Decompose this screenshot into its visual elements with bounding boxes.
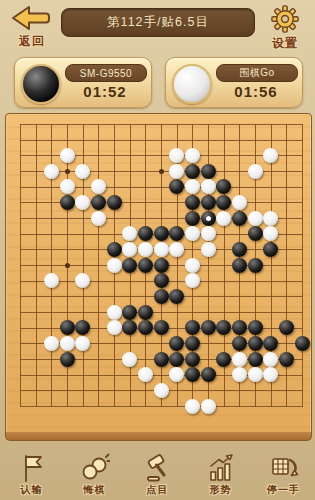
settings-button[interactable]: 设置 xyxy=(261,5,309,52)
star-point xyxy=(65,263,70,268)
black-stone xyxy=(201,320,216,335)
black-stone xyxy=(122,305,137,320)
black-stone xyxy=(138,320,153,335)
black-stone xyxy=(201,211,216,226)
white-stone xyxy=(154,383,169,398)
black-stone xyxy=(169,336,184,351)
black-stone xyxy=(185,320,200,335)
white-stone xyxy=(169,148,184,163)
grid-line-h xyxy=(20,406,303,407)
black-stone xyxy=(138,226,153,241)
white-stone xyxy=(263,211,278,226)
white-stone xyxy=(75,164,90,179)
black-stone xyxy=(279,352,294,367)
black-stone xyxy=(232,242,247,257)
black-stone xyxy=(185,164,200,179)
white-stone xyxy=(154,242,169,257)
black-stone xyxy=(201,195,216,210)
back-button[interactable]: 返回 xyxy=(8,5,56,50)
black-stone xyxy=(295,336,310,351)
white-stone xyxy=(75,273,90,288)
back-arrow-icon xyxy=(10,5,54,31)
black-timer: 01:52 xyxy=(65,83,145,100)
black-stone xyxy=(232,258,247,273)
white-stone xyxy=(44,164,59,179)
analysis-button[interactable]: 形势 xyxy=(193,453,249,497)
gear-icon xyxy=(269,5,301,33)
black-stone xyxy=(185,211,200,226)
white-stone xyxy=(232,352,247,367)
black-stone xyxy=(263,336,278,351)
black-stone xyxy=(185,367,200,382)
white-stone xyxy=(185,179,200,194)
white-stone xyxy=(263,367,278,382)
black-stone xyxy=(248,258,263,273)
black-stone xyxy=(169,179,184,194)
black-stone xyxy=(169,226,184,241)
white-stone xyxy=(75,195,90,210)
black-stone xyxy=(248,320,263,335)
move-info-text: 第112手/贴6.5目 xyxy=(107,14,209,31)
black-stone xyxy=(122,258,137,273)
back-label: 返回 xyxy=(8,33,56,50)
black-stone xyxy=(216,195,231,210)
white-stone xyxy=(216,211,231,226)
black-stone xyxy=(169,352,184,367)
white-stone xyxy=(248,211,263,226)
white-stone xyxy=(122,242,137,257)
white-stone xyxy=(185,148,200,163)
black-stone xyxy=(216,320,231,335)
black-stone xyxy=(154,258,169,273)
settings-label: 设置 xyxy=(261,35,309,52)
go-app: 返回 第112手/贴6.5目 设置 xyxy=(0,0,315,500)
black-stone xyxy=(248,352,263,367)
black-stone xyxy=(138,305,153,320)
white-stone xyxy=(185,258,200,273)
player-card-white: 围棋Go 01:56 xyxy=(165,57,303,108)
white-stone xyxy=(185,226,200,241)
board-wood-edge xyxy=(5,432,312,441)
star-point xyxy=(65,169,70,174)
black-stone xyxy=(60,320,75,335)
white-stone xyxy=(169,164,184,179)
black-stone xyxy=(185,352,200,367)
white-stone xyxy=(60,336,75,351)
white-stone xyxy=(169,367,184,382)
go-board[interactable] xyxy=(5,113,312,434)
undo-stones-icon xyxy=(80,453,110,483)
white-stone xyxy=(232,367,247,382)
white-stone xyxy=(248,367,263,382)
black-stone xyxy=(154,289,169,304)
white-stone xyxy=(263,226,278,241)
white-stone xyxy=(107,258,122,273)
black-stone xyxy=(185,195,200,210)
black-stone xyxy=(185,336,200,351)
black-stone xyxy=(201,164,216,179)
count-label: 点目 xyxy=(130,483,186,497)
white-stone xyxy=(185,399,200,414)
black-stone xyxy=(107,242,122,257)
last-move-marker xyxy=(206,216,211,221)
grid-line-v xyxy=(302,124,303,407)
black-stone xyxy=(216,179,231,194)
black-stone xyxy=(232,336,247,351)
black-stone xyxy=(279,320,294,335)
white-stone xyxy=(91,211,106,226)
white-stone xyxy=(201,226,216,241)
analysis-chart-icon xyxy=(206,453,236,483)
white-player-name: 围棋Go xyxy=(216,64,298,82)
undo-button[interactable]: 悔棋 xyxy=(67,453,123,497)
white-stone-avatar xyxy=(172,64,212,104)
white-stone xyxy=(122,352,137,367)
black-stone xyxy=(107,195,122,210)
black-stone xyxy=(91,195,106,210)
undo-label: 悔棋 xyxy=(67,483,123,497)
white-stone xyxy=(91,179,106,194)
black-stone xyxy=(154,352,169,367)
black-stone xyxy=(169,289,184,304)
black-stone xyxy=(248,226,263,241)
white-stone xyxy=(263,148,278,163)
black-stone xyxy=(60,195,75,210)
black-stone xyxy=(232,320,247,335)
black-stone xyxy=(263,242,278,257)
count-button[interactable]: 点目 xyxy=(130,453,186,497)
count-gavel-icon xyxy=(143,453,173,483)
pass-board-icon xyxy=(269,453,299,483)
move-info-banner: 第112手/贴6.5目 xyxy=(61,8,255,37)
resign-label: 认输 xyxy=(4,483,60,497)
analysis-label: 形势 xyxy=(193,483,249,497)
black-stone xyxy=(60,352,75,367)
black-stone-avatar xyxy=(21,64,61,104)
white-timer: 01:56 xyxy=(216,83,296,100)
white-stone xyxy=(263,352,278,367)
white-stone xyxy=(201,179,216,194)
black-player-name: SM-G9550 xyxy=(65,64,147,82)
black-stone xyxy=(201,367,216,382)
white-stone xyxy=(138,242,153,257)
white-stone xyxy=(44,336,59,351)
resign-button[interactable]: 认输 xyxy=(4,453,60,497)
black-stone xyxy=(154,320,169,335)
black-stone xyxy=(138,258,153,273)
player-card-black: SM-G9550 01:52 xyxy=(14,57,152,108)
bottom-toolbar: 认输 悔棋 点目 xyxy=(0,445,315,500)
pass-label: 停一手 xyxy=(256,483,312,497)
black-stone xyxy=(154,226,169,241)
white-stone xyxy=(107,305,122,320)
white-stone xyxy=(107,320,122,335)
black-stone xyxy=(75,320,90,335)
white-stone xyxy=(248,164,263,179)
white-stone xyxy=(44,273,59,288)
white-stone xyxy=(201,242,216,257)
pass-button[interactable]: 停一手 xyxy=(256,453,312,497)
black-stone xyxy=(232,211,247,226)
black-stone xyxy=(216,352,231,367)
resign-flag-icon xyxy=(17,453,47,483)
white-stone xyxy=(169,242,184,257)
black-stone xyxy=(154,273,169,288)
white-stone xyxy=(185,273,200,288)
white-stone xyxy=(60,148,75,163)
white-stone xyxy=(138,367,153,382)
star-point xyxy=(159,169,164,174)
white-stone xyxy=(201,399,216,414)
white-stone xyxy=(232,195,247,210)
black-stone xyxy=(122,320,137,335)
white-stone xyxy=(122,226,137,241)
grid-line-h xyxy=(20,312,303,313)
white-stone xyxy=(75,336,90,351)
white-stone xyxy=(60,179,75,194)
black-stone xyxy=(248,336,263,351)
